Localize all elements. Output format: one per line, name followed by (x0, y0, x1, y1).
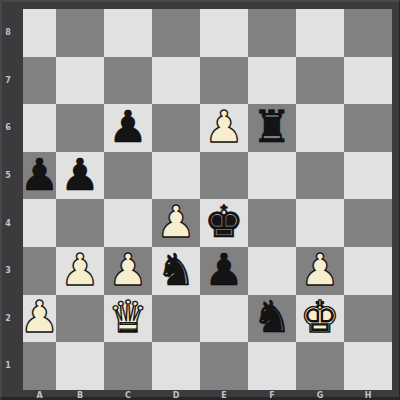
piece-white-pawn-a2[interactable]: ♟ (20, 295, 59, 339)
square-h4[interactable] (344, 199, 392, 247)
square-a5[interactable]: ♟ (23, 152, 56, 200)
file-label-d: D (152, 390, 200, 400)
square-b4[interactable] (56, 199, 104, 247)
square-c5[interactable] (104, 152, 152, 200)
square-d1[interactable] (152, 342, 200, 390)
file-label-c: C (104, 390, 152, 400)
square-d5[interactable] (152, 152, 200, 200)
square-g8[interactable] (296, 9, 344, 57)
square-c6[interactable]: ♟ (104, 104, 152, 152)
square-e7[interactable] (200, 57, 248, 105)
file-label-h: H (344, 390, 392, 400)
piece-white-king-g2[interactable]: ♚ (300, 295, 339, 339)
square-b1[interactable] (56, 342, 104, 390)
square-e5[interactable] (200, 152, 248, 200)
file-label-f: F (248, 390, 296, 400)
square-f5[interactable] (248, 152, 296, 200)
square-d6[interactable] (152, 104, 200, 152)
square-g7[interactable] (296, 57, 344, 105)
square-c4[interactable] (104, 199, 152, 247)
piece-black-king-e4[interactable]: ♚ (204, 200, 243, 244)
piece-white-pawn-d4[interactable]: ♟ (156, 200, 195, 244)
rank-label-4: 4 (1, 199, 15, 247)
piece-white-queen-c2[interactable]: ♛ (108, 295, 147, 339)
file-label-e: E (200, 390, 248, 400)
square-g4[interactable] (296, 199, 344, 247)
square-f3[interactable] (248, 247, 296, 295)
piece-black-pawn-b5[interactable]: ♟ (60, 153, 99, 197)
square-d2[interactable] (152, 295, 200, 343)
square-h3[interactable] (344, 247, 392, 295)
piece-white-pawn-g3[interactable]: ♟ (300, 248, 339, 292)
square-c8[interactable] (104, 9, 152, 57)
square-c3[interactable]: ♟ (104, 247, 152, 295)
square-b2[interactable] (56, 295, 104, 343)
square-d8[interactable] (152, 9, 200, 57)
piece-black-knight-d3[interactable]: ♞ (156, 248, 195, 292)
square-a6[interactable] (23, 104, 56, 152)
board-frame: ♟♟♜♟♟♟♚♟♟♞♟♟♟♛♞♚ 87654321 ABCDEFGH (0, 0, 400, 400)
square-b6[interactable] (56, 104, 104, 152)
square-a4[interactable] (23, 199, 56, 247)
square-h6[interactable] (344, 104, 392, 152)
rank-label-7: 7 (1, 57, 15, 105)
square-a7[interactable] (23, 57, 56, 105)
piece-white-pawn-c3[interactable]: ♟ (108, 248, 147, 292)
square-h8[interactable] (344, 9, 392, 57)
square-b7[interactable] (56, 57, 104, 105)
piece-white-pawn-b3[interactable]: ♟ (60, 248, 99, 292)
square-h7[interactable] (344, 57, 392, 105)
piece-black-pawn-a5[interactable]: ♟ (20, 153, 59, 197)
square-c1[interactable] (104, 342, 152, 390)
square-e6[interactable]: ♟ (200, 104, 248, 152)
square-f4[interactable] (248, 199, 296, 247)
square-h1[interactable] (344, 342, 392, 390)
square-g1[interactable] (296, 342, 344, 390)
file-label-b: B (56, 390, 104, 400)
piece-black-pawn-e3[interactable]: ♟ (204, 248, 243, 292)
rank-label-5: 5 (1, 152, 15, 200)
file-label-a: A (23, 390, 56, 400)
file-label-g: G (296, 390, 344, 400)
square-d4[interactable]: ♟ (152, 199, 200, 247)
square-a1[interactable] (23, 342, 56, 390)
rank-label-1: 1 (1, 342, 15, 390)
square-b8[interactable] (56, 9, 104, 57)
square-h2[interactable] (344, 295, 392, 343)
square-a8[interactable] (23, 9, 56, 57)
square-f7[interactable] (248, 57, 296, 105)
square-h5[interactable] (344, 152, 392, 200)
square-e8[interactable] (200, 9, 248, 57)
square-b3[interactable]: ♟ (56, 247, 104, 295)
square-a3[interactable] (23, 247, 56, 295)
rank-label-3: 3 (1, 247, 15, 295)
piece-black-knight-f2[interactable]: ♞ (252, 295, 291, 339)
chess-board: ♟♟♜♟♟♟♚♟♟♞♟♟♟♛♞♚ (23, 9, 392, 390)
square-c7[interactable] (104, 57, 152, 105)
square-e1[interactable] (200, 342, 248, 390)
square-f8[interactable] (248, 9, 296, 57)
square-g2[interactable]: ♚ (296, 295, 344, 343)
square-g6[interactable] (296, 104, 344, 152)
piece-black-rook-f6[interactable]: ♜ (252, 105, 291, 149)
square-d3[interactable]: ♞ (152, 247, 200, 295)
rank-label-2: 2 (1, 295, 15, 343)
square-e4[interactable]: ♚ (200, 199, 248, 247)
square-d7[interactable] (152, 57, 200, 105)
square-e3[interactable]: ♟ (200, 247, 248, 295)
square-g3[interactable]: ♟ (296, 247, 344, 295)
rank-label-6: 6 (1, 104, 15, 152)
square-f2[interactable]: ♞ (248, 295, 296, 343)
square-f1[interactable] (248, 342, 296, 390)
rank-label-8: 8 (1, 9, 15, 57)
piece-white-pawn-e6[interactable]: ♟ (204, 105, 243, 149)
square-e2[interactable] (200, 295, 248, 343)
square-c2[interactable]: ♛ (104, 295, 152, 343)
piece-black-pawn-c6[interactable]: ♟ (108, 105, 147, 149)
square-f6[interactable]: ♜ (248, 104, 296, 152)
square-g5[interactable] (296, 152, 344, 200)
square-b5[interactable]: ♟ (56, 152, 104, 200)
square-a2[interactable]: ♟ (23, 295, 56, 343)
